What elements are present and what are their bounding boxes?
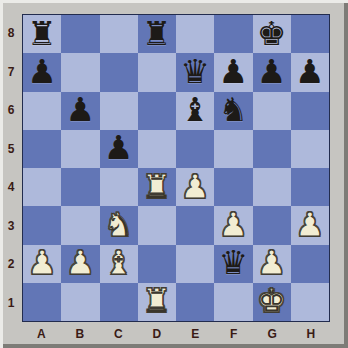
file-label-b: B bbox=[61, 324, 100, 344]
square-b1[interactable] bbox=[61, 283, 99, 321]
file-labels: ABCDEFGH bbox=[22, 324, 330, 344]
white-pawn-icon[interactable]: ♟ bbox=[66, 246, 96, 279]
file-label-f: F bbox=[215, 324, 254, 344]
white-rook-icon[interactable]: ♜ bbox=[142, 170, 172, 203]
square-d6[interactable] bbox=[138, 92, 176, 130]
white-rook-icon[interactable]: ♜ bbox=[142, 284, 172, 317]
white-pawn-icon[interactable]: ♟ bbox=[180, 170, 210, 203]
white-pawn-icon[interactable]: ♟ bbox=[295, 208, 325, 241]
square-e5[interactable] bbox=[176, 130, 214, 168]
square-b2[interactable]: ♟ bbox=[61, 245, 99, 283]
square-a3[interactable] bbox=[23, 206, 61, 244]
square-c8[interactable] bbox=[100, 15, 138, 53]
square-f1[interactable] bbox=[214, 283, 252, 321]
white-king-icon[interactable]: ♚ bbox=[257, 284, 287, 317]
square-h5[interactable] bbox=[291, 130, 329, 168]
square-f8[interactable] bbox=[214, 15, 252, 53]
square-g3[interactable] bbox=[253, 206, 291, 244]
square-c4[interactable] bbox=[100, 168, 138, 206]
square-e2[interactable] bbox=[176, 245, 214, 283]
square-h8[interactable] bbox=[291, 15, 329, 53]
square-f2[interactable]: ♛ bbox=[214, 245, 252, 283]
black-rook-icon[interactable]: ♜ bbox=[27, 17, 57, 50]
square-g5[interactable] bbox=[253, 130, 291, 168]
square-g2[interactable]: ♟ bbox=[253, 245, 291, 283]
square-c6[interactable] bbox=[100, 92, 138, 130]
rank-label-8: 8 bbox=[2, 14, 20, 53]
square-e1[interactable] bbox=[176, 283, 214, 321]
square-a8[interactable]: ♜ bbox=[23, 15, 61, 53]
board-frame: 87654321 ♜♜♚♟♛♟♟♟♟♝♞♟♜♟♞♟♟♟♟♝♛♟♜♚ ABCDEF… bbox=[0, 0, 348, 348]
file-label-g: G bbox=[253, 324, 292, 344]
black-pawn-icon[interactable]: ♟ bbox=[66, 93, 96, 126]
square-d3[interactable] bbox=[138, 206, 176, 244]
square-c5[interactable]: ♟ bbox=[100, 130, 138, 168]
rank-label-3: 3 bbox=[2, 207, 20, 246]
rank-label-2: 2 bbox=[2, 245, 20, 284]
black-rook-icon[interactable]: ♜ bbox=[142, 17, 172, 50]
square-a2[interactable]: ♟ bbox=[23, 245, 61, 283]
square-h2[interactable] bbox=[291, 245, 329, 283]
rank-label-5: 5 bbox=[2, 130, 20, 169]
square-g4[interactable] bbox=[253, 168, 291, 206]
square-f4[interactable] bbox=[214, 168, 252, 206]
square-h1[interactable] bbox=[291, 283, 329, 321]
black-king-icon[interactable]: ♚ bbox=[257, 17, 287, 50]
square-g6[interactable] bbox=[253, 92, 291, 130]
square-b3[interactable] bbox=[61, 206, 99, 244]
square-c1[interactable] bbox=[100, 283, 138, 321]
square-f7[interactable]: ♟ bbox=[214, 53, 252, 91]
square-h6[interactable] bbox=[291, 92, 329, 130]
rank-label-1: 1 bbox=[2, 284, 20, 323]
square-f3[interactable]: ♟ bbox=[214, 206, 252, 244]
rank-label-6: 6 bbox=[2, 91, 20, 130]
black-bishop-icon[interactable]: ♝ bbox=[180, 93, 210, 126]
black-pawn-icon[interactable]: ♟ bbox=[27, 55, 57, 88]
square-c2[interactable]: ♝ bbox=[100, 245, 138, 283]
square-d8[interactable]: ♜ bbox=[138, 15, 176, 53]
black-knight-icon[interactable]: ♞ bbox=[219, 93, 249, 126]
square-a6[interactable] bbox=[23, 92, 61, 130]
file-label-e: E bbox=[176, 324, 215, 344]
square-e6[interactable]: ♝ bbox=[176, 92, 214, 130]
black-queen-icon[interactable]: ♛ bbox=[180, 55, 210, 88]
square-d7[interactable] bbox=[138, 53, 176, 91]
square-d4[interactable]: ♜ bbox=[138, 168, 176, 206]
rank-labels: 87654321 bbox=[2, 14, 20, 322]
black-pawn-icon[interactable]: ♟ bbox=[104, 131, 134, 164]
square-c7[interactable] bbox=[100, 53, 138, 91]
square-h4[interactable] bbox=[291, 168, 329, 206]
square-b5[interactable] bbox=[61, 130, 99, 168]
square-g7[interactable]: ♟ bbox=[253, 53, 291, 91]
square-e7[interactable]: ♛ bbox=[176, 53, 214, 91]
white-knight-icon[interactable]: ♞ bbox=[104, 208, 134, 241]
black-pawn-icon[interactable]: ♟ bbox=[257, 55, 287, 88]
file-label-d: D bbox=[138, 324, 177, 344]
square-d2[interactable] bbox=[138, 245, 176, 283]
white-pawn-icon[interactable]: ♟ bbox=[219, 208, 249, 241]
square-h3[interactable]: ♟ bbox=[291, 206, 329, 244]
black-queen-icon[interactable]: ♛ bbox=[219, 246, 249, 279]
square-e3[interactable] bbox=[176, 206, 214, 244]
square-h7[interactable]: ♟ bbox=[291, 53, 329, 91]
square-g8[interactable]: ♚ bbox=[253, 15, 291, 53]
square-e4[interactable]: ♟ bbox=[176, 168, 214, 206]
chess-board[interactable]: ♜♜♚♟♛♟♟♟♟♝♞♟♜♟♞♟♟♟♟♝♛♟♜♚ bbox=[22, 14, 330, 322]
file-label-c: C bbox=[99, 324, 138, 344]
square-b6[interactable]: ♟ bbox=[61, 92, 99, 130]
square-f5[interactable] bbox=[214, 130, 252, 168]
rank-label-4: 4 bbox=[2, 168, 20, 207]
square-e8[interactable] bbox=[176, 15, 214, 53]
file-label-h: H bbox=[292, 324, 331, 344]
square-a1[interactable] bbox=[23, 283, 61, 321]
rank-label-7: 7 bbox=[2, 53, 20, 92]
square-f6[interactable]: ♞ bbox=[214, 92, 252, 130]
square-d1[interactable]: ♜ bbox=[138, 283, 176, 321]
white-bishop-icon[interactable]: ♝ bbox=[104, 246, 134, 279]
square-b4[interactable] bbox=[61, 168, 99, 206]
square-c3[interactable]: ♞ bbox=[100, 206, 138, 244]
black-pawn-icon[interactable]: ♟ bbox=[295, 55, 325, 88]
white-pawn-icon[interactable]: ♟ bbox=[27, 246, 57, 279]
file-label-a: A bbox=[22, 324, 61, 344]
square-a7[interactable]: ♟ bbox=[23, 53, 61, 91]
black-pawn-icon[interactable]: ♟ bbox=[219, 55, 249, 88]
square-g1[interactable]: ♚ bbox=[253, 283, 291, 321]
square-b7[interactable] bbox=[61, 53, 99, 91]
square-b8[interactable] bbox=[61, 15, 99, 53]
square-a5[interactable] bbox=[23, 130, 61, 168]
square-a4[interactable] bbox=[23, 168, 61, 206]
square-d5[interactable] bbox=[138, 130, 176, 168]
white-pawn-icon[interactable]: ♟ bbox=[257, 246, 287, 279]
